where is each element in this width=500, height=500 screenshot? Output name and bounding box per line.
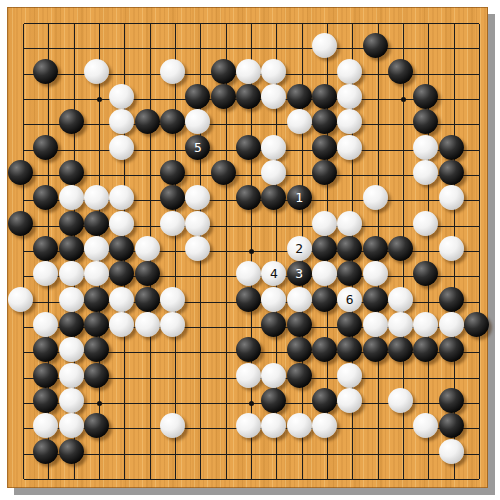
- white-stone[interactable]: [109, 135, 134, 160]
- white-stone[interactable]: [185, 185, 210, 210]
- black-stone[interactable]: [312, 287, 337, 312]
- black-stone[interactable]: [160, 160, 185, 185]
- black-stone[interactable]: [413, 337, 438, 362]
- white-stone[interactable]: [312, 211, 337, 236]
- white-stone[interactable]: [109, 211, 134, 236]
- white-stone[interactable]: [160, 59, 185, 84]
- black-stone[interactable]: 3: [287, 261, 312, 286]
- black-stone[interactable]: [84, 337, 109, 362]
- black-stone[interactable]: [413, 84, 438, 109]
- black-stone[interactable]: [337, 261, 362, 286]
- black-stone[interactable]: [388, 236, 413, 261]
- white-stone[interactable]: [312, 413, 337, 438]
- black-stone[interactable]: [439, 160, 464, 185]
- white-stone[interactable]: [84, 261, 109, 286]
- white-stone[interactable]: [337, 388, 362, 413]
- move-number-label: 4: [270, 267, 278, 280]
- white-stone[interactable]: [388, 287, 413, 312]
- white-stone[interactable]: [84, 59, 109, 84]
- go-game-screenshot: 512436: [0, 0, 500, 500]
- black-stone[interactable]: [33, 439, 58, 464]
- black-stone[interactable]: [135, 287, 160, 312]
- black-stone[interactable]: [33, 236, 58, 261]
- white-stone[interactable]: [261, 84, 286, 109]
- black-stone[interactable]: 1: [287, 185, 312, 210]
- white-stone[interactable]: [439, 439, 464, 464]
- black-stone[interactable]: [363, 337, 388, 362]
- black-stone[interactable]: [261, 388, 286, 413]
- white-stone[interactable]: [363, 261, 388, 286]
- black-stone[interactable]: [439, 388, 464, 413]
- black-stone[interactable]: [59, 439, 84, 464]
- star-point: [97, 97, 102, 102]
- white-stone[interactable]: [59, 185, 84, 210]
- black-stone[interactable]: [185, 84, 210, 109]
- white-stone[interactable]: [185, 236, 210, 261]
- black-stone[interactable]: [287, 363, 312, 388]
- white-stone[interactable]: 4: [261, 261, 286, 286]
- black-stone[interactable]: [33, 185, 58, 210]
- white-stone[interactable]: [236, 59, 261, 84]
- white-stone[interactable]: [363, 312, 388, 337]
- black-stone[interactable]: [287, 337, 312, 362]
- white-stone[interactable]: [413, 211, 438, 236]
- white-stone[interactable]: 2: [287, 236, 312, 261]
- white-stone[interactable]: [337, 363, 362, 388]
- black-stone[interactable]: [312, 388, 337, 413]
- black-stone[interactable]: [59, 312, 84, 337]
- black-stone[interactable]: [84, 211, 109, 236]
- white-stone[interactable]: 6: [337, 287, 362, 312]
- black-stone[interactable]: [287, 84, 312, 109]
- grid-line-vertical: [479, 24, 480, 480]
- white-stone[interactable]: [337, 84, 362, 109]
- white-stone[interactable]: [439, 185, 464, 210]
- black-stone[interactable]: [388, 337, 413, 362]
- move-number-label: 3: [295, 267, 303, 280]
- black-stone[interactable]: [439, 337, 464, 362]
- black-stone[interactable]: [312, 160, 337, 185]
- white-stone[interactable]: [261, 59, 286, 84]
- move-number-label: 6: [346, 293, 354, 306]
- black-stone[interactable]: [363, 236, 388, 261]
- white-stone[interactable]: [84, 236, 109, 261]
- black-stone[interactable]: [236, 84, 261, 109]
- star-point: [249, 401, 254, 406]
- white-stone[interactable]: [109, 185, 134, 210]
- white-stone[interactable]: [33, 312, 58, 337]
- white-stone[interactable]: [109, 312, 134, 337]
- white-stone[interactable]: [160, 413, 185, 438]
- black-stone[interactable]: [84, 363, 109, 388]
- black-stone[interactable]: [261, 312, 286, 337]
- black-stone[interactable]: [135, 109, 160, 134]
- white-stone[interactable]: [33, 413, 58, 438]
- white-stone[interactable]: [185, 211, 210, 236]
- white-stone[interactable]: [185, 109, 210, 134]
- go-board[interactable]: 512436: [7, 7, 488, 488]
- black-stone[interactable]: [337, 337, 362, 362]
- black-stone[interactable]: [33, 59, 58, 84]
- black-stone[interactable]: [363, 33, 388, 58]
- star-point: [401, 97, 406, 102]
- white-stone[interactable]: [59, 287, 84, 312]
- black-stone[interactable]: [287, 312, 312, 337]
- move-number-label: 5: [194, 141, 202, 154]
- white-stone[interactable]: [337, 135, 362, 160]
- black-stone[interactable]: [211, 59, 236, 84]
- black-stone[interactable]: [33, 363, 58, 388]
- black-stone[interactable]: [337, 236, 362, 261]
- move-number-label: 2: [295, 242, 303, 255]
- white-stone[interactable]: [287, 413, 312, 438]
- white-stone[interactable]: [160, 211, 185, 236]
- white-stone[interactable]: [312, 261, 337, 286]
- black-stone[interactable]: [312, 84, 337, 109]
- black-stone[interactable]: [236, 337, 261, 362]
- grid-line-horizontal: [24, 479, 480, 480]
- white-stone[interactable]: [287, 287, 312, 312]
- black-stone[interactable]: [236, 287, 261, 312]
- black-stone[interactable]: [312, 109, 337, 134]
- black-stone[interactable]: [337, 312, 362, 337]
- white-stone[interactable]: [363, 185, 388, 210]
- black-stone[interactable]: [109, 261, 134, 286]
- black-stone[interactable]: [84, 312, 109, 337]
- black-stone[interactable]: [312, 135, 337, 160]
- white-stone[interactable]: [261, 135, 286, 160]
- black-stone[interactable]: [160, 185, 185, 210]
- star-point: [249, 249, 254, 254]
- white-stone[interactable]: [413, 135, 438, 160]
- white-stone[interactable]: [439, 312, 464, 337]
- black-stone[interactable]: [413, 261, 438, 286]
- black-stone[interactable]: [211, 160, 236, 185]
- black-stone[interactable]: [439, 287, 464, 312]
- grid-line-horizontal: [24, 454, 480, 455]
- white-stone[interactable]: [59, 337, 84, 362]
- white-stone[interactable]: [261, 287, 286, 312]
- black-stone[interactable]: [211, 84, 236, 109]
- white-stone[interactable]: [59, 261, 84, 286]
- white-stone[interactable]: [59, 413, 84, 438]
- black-stone[interactable]: [109, 236, 134, 261]
- black-stone[interactable]: [59, 236, 84, 261]
- white-stone[interactable]: [236, 261, 261, 286]
- white-stone[interactable]: [109, 287, 134, 312]
- black-stone[interactable]: [388, 59, 413, 84]
- white-stone[interactable]: [84, 185, 109, 210]
- white-stone[interactable]: [312, 33, 337, 58]
- black-stone[interactable]: [236, 185, 261, 210]
- black-stone[interactable]: [33, 337, 58, 362]
- white-stone[interactable]: [33, 261, 58, 286]
- black-stone[interactable]: [59, 109, 84, 134]
- white-stone[interactable]: [413, 160, 438, 185]
- star-point: [97, 401, 102, 406]
- white-stone[interactable]: [388, 312, 413, 337]
- white-stone[interactable]: [439, 236, 464, 261]
- white-stone[interactable]: [261, 363, 286, 388]
- black-stone[interactable]: [84, 287, 109, 312]
- white-stone[interactable]: [109, 84, 134, 109]
- white-stone[interactable]: [59, 363, 84, 388]
- white-stone[interactable]: [236, 413, 261, 438]
- white-stone[interactable]: [8, 287, 33, 312]
- white-stone[interactable]: [337, 109, 362, 134]
- black-stone[interactable]: [8, 160, 33, 185]
- black-stone[interactable]: [236, 135, 261, 160]
- black-stone[interactable]: [33, 135, 58, 160]
- black-stone[interactable]: [312, 236, 337, 261]
- white-stone[interactable]: [109, 109, 134, 134]
- black-stone[interactable]: [160, 109, 185, 134]
- white-stone[interactable]: [413, 413, 438, 438]
- white-stone[interactable]: [59, 388, 84, 413]
- white-stone[interactable]: [160, 312, 185, 337]
- black-stone[interactable]: [135, 261, 160, 286]
- black-stone[interactable]: [439, 135, 464, 160]
- black-stone[interactable]: [464, 312, 489, 337]
- white-stone[interactable]: [337, 59, 362, 84]
- black-stone[interactable]: [84, 413, 109, 438]
- white-stone[interactable]: [135, 312, 160, 337]
- white-stone[interactable]: [261, 413, 286, 438]
- white-stone[interactable]: [337, 211, 362, 236]
- white-stone[interactable]: [388, 388, 413, 413]
- black-stone[interactable]: [59, 160, 84, 185]
- white-stone[interactable]: [261, 160, 286, 185]
- black-stone[interactable]: [261, 185, 286, 210]
- black-stone[interactable]: [59, 211, 84, 236]
- black-stone[interactable]: 5: [185, 135, 210, 160]
- black-stone[interactable]: [413, 109, 438, 134]
- black-stone[interactable]: [8, 211, 33, 236]
- white-stone[interactable]: [135, 236, 160, 261]
- black-stone[interactable]: [312, 337, 337, 362]
- white-stone[interactable]: [287, 109, 312, 134]
- move-number-label: 1: [295, 191, 303, 204]
- white-stone[interactable]: [160, 287, 185, 312]
- black-stone[interactable]: [33, 388, 58, 413]
- white-stone[interactable]: [413, 312, 438, 337]
- black-stone[interactable]: [363, 287, 388, 312]
- black-stone[interactable]: [439, 413, 464, 438]
- white-stone[interactable]: [236, 363, 261, 388]
